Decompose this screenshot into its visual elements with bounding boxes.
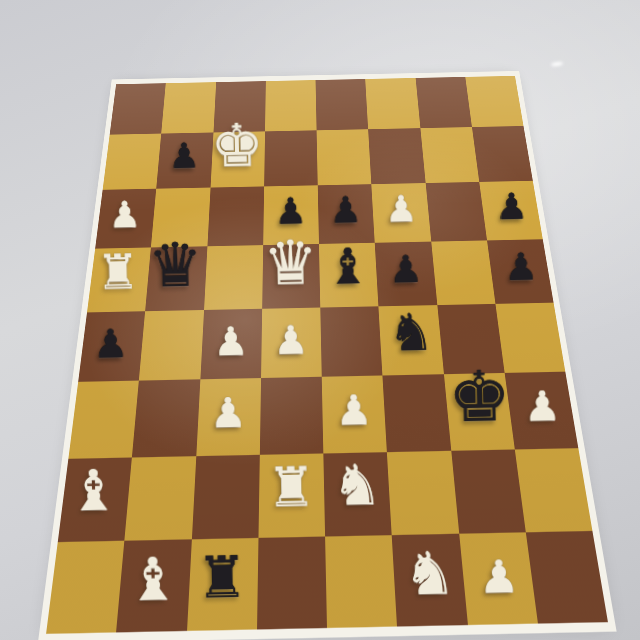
square-b5 xyxy=(145,246,207,311)
square-a1 xyxy=(46,540,125,633)
square-h4 xyxy=(495,303,565,374)
square-h2 xyxy=(515,448,593,532)
square-g1 xyxy=(459,532,538,625)
square-c3 xyxy=(196,378,261,455)
square-c4 xyxy=(200,309,262,380)
square-g2 xyxy=(451,449,526,533)
square-e5 xyxy=(319,243,379,308)
square-b8 xyxy=(161,82,215,134)
square-f6 xyxy=(371,183,430,243)
square-d4 xyxy=(261,308,322,379)
square-c6 xyxy=(207,186,264,246)
square-c2 xyxy=(191,454,259,539)
square-b7 xyxy=(156,133,213,189)
square-h6 xyxy=(479,180,543,240)
square-g5 xyxy=(431,240,495,305)
square-d7 xyxy=(264,130,318,186)
square-g6 xyxy=(425,182,487,242)
chess-board-grid xyxy=(46,76,608,634)
square-b2 xyxy=(125,456,196,541)
square-f1 xyxy=(392,533,468,626)
square-d1 xyxy=(257,536,327,629)
square-h8 xyxy=(465,76,523,127)
chess-board xyxy=(46,76,608,634)
square-f4 xyxy=(379,305,444,376)
square-h7 xyxy=(472,126,533,181)
square-h3 xyxy=(504,372,578,449)
square-f7 xyxy=(368,128,425,183)
square-e4 xyxy=(320,306,382,377)
square-f5 xyxy=(375,241,437,306)
square-e1 xyxy=(325,535,397,628)
square-h1 xyxy=(526,531,608,624)
square-a8 xyxy=(110,83,166,135)
square-g4 xyxy=(437,304,505,375)
square-e8 xyxy=(316,79,369,131)
square-d8 xyxy=(265,80,317,132)
square-a7 xyxy=(103,134,162,190)
square-a4 xyxy=(78,311,145,382)
square-f2 xyxy=(387,450,459,535)
square-c8 xyxy=(213,81,266,133)
board-rotation-wrapper: ♚♛♜♜♝♝♞♞♟♟♟♟♟♟♟♟♚♛♜♝♞♟♟♟♟♟♟♟ xyxy=(0,0,640,640)
square-g3 xyxy=(444,373,515,450)
square-a3 xyxy=(68,381,139,458)
square-c5 xyxy=(204,245,263,310)
square-e7 xyxy=(317,129,372,184)
square-c7 xyxy=(210,132,265,188)
square-b6 xyxy=(151,187,210,247)
square-b1 xyxy=(116,539,191,632)
square-f8 xyxy=(365,78,420,129)
square-d5 xyxy=(262,244,320,309)
square-b4 xyxy=(139,310,204,381)
square-e3 xyxy=(322,376,387,453)
square-h5 xyxy=(487,239,554,304)
square-d6 xyxy=(263,185,319,245)
square-e2 xyxy=(323,452,392,537)
square-e6 xyxy=(318,184,375,244)
square-a2 xyxy=(58,457,132,542)
square-a6 xyxy=(95,188,156,248)
square-d2 xyxy=(258,453,325,538)
board-photo-scene: ♚♛♜♜♝♝♞♞♟♟♟♟♟♟♟♟♚♛♜♝♞♟♟♟♟♟♟♟ xyxy=(0,0,640,640)
square-d3 xyxy=(260,377,324,454)
square-g8 xyxy=(415,77,472,128)
square-a5 xyxy=(87,247,151,312)
square-c1 xyxy=(187,538,259,631)
square-b3 xyxy=(132,380,200,457)
square-g7 xyxy=(420,127,479,182)
square-f3 xyxy=(383,374,451,451)
